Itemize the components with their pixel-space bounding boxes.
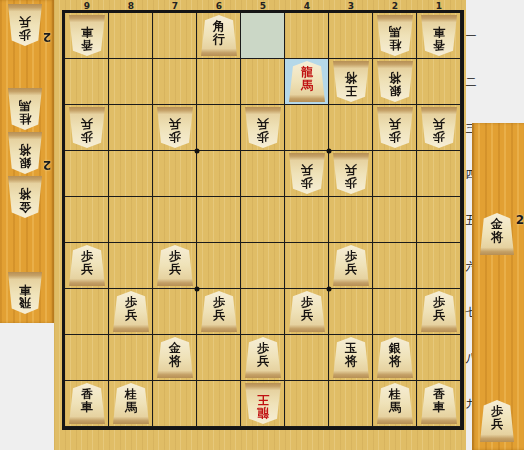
square-8-1[interactable]: [109, 13, 153, 59]
piece-kanji: 兵: [433, 309, 445, 322]
piece-kanji: 王: [345, 84, 357, 97]
piece-kanji: 兵: [345, 263, 357, 276]
gote-piece-歩兵-44[interactable]: 歩兵: [289, 153, 325, 194]
square-7-9[interactable]: [153, 381, 197, 427]
square-4-6[interactable]: [285, 243, 329, 289]
piece-kanji: 歩: [345, 176, 357, 189]
gote-piece-王将-32[interactable]: 王将: [333, 61, 369, 102]
piece-kanji: 馬: [389, 25, 401, 38]
piece-kanji: 兵: [169, 263, 181, 276]
sente-piece-歩兵-76[interactable]: 歩兵: [157, 245, 193, 286]
square-5-5[interactable]: [241, 197, 285, 243]
gote-hand-金将[interactable]: 金将: [0, 176, 52, 220]
gote-piece-香車-11[interactable]: 香車: [421, 15, 457, 56]
square-4-1[interactable]: [285, 13, 329, 59]
sente-piece-歩兵-87[interactable]: 歩兵: [113, 291, 149, 332]
square-5-4[interactable]: [241, 151, 285, 197]
square-3-9[interactable]: [329, 381, 373, 427]
piece-kanji: 香: [81, 38, 93, 51]
piece-kanji: 歩: [433, 130, 445, 143]
piece-kanji: 将: [345, 355, 357, 368]
rank-label-2: 二: [462, 59, 480, 105]
square-8-5[interactable]: [109, 197, 153, 243]
piece-kanji: 銀: [19, 156, 31, 169]
piece-kanji: 馬: [389, 401, 401, 414]
sente-piece-銀将-28[interactable]: 銀将: [377, 337, 413, 378]
piece-kanji: 兵: [19, 15, 31, 28]
sente-piece-香車-19[interactable]: 香車: [421, 383, 457, 424]
square-6-6[interactable]: [197, 243, 241, 289]
piece-kanji: 兵: [389, 117, 401, 130]
square-3-3[interactable]: [329, 105, 373, 151]
gote-piece-歩兵-53[interactable]: 歩兵: [245, 107, 281, 148]
square-4-9[interactable]: [285, 381, 329, 427]
square-1-5[interactable]: [417, 197, 461, 243]
piece-kanji: 兵: [81, 117, 93, 130]
promoted-sente-piece-龍馬-42[interactable]: 龍馬: [289, 61, 325, 102]
sente-hand-金将[interactable]: 金将2: [472, 213, 524, 257]
square-3-1[interactable]: [329, 13, 373, 59]
square-9-2[interactable]: [65, 59, 109, 105]
piece-kanji: 兵: [345, 163, 357, 176]
piece-kanji: 歩: [19, 28, 31, 41]
piece-kanji: 香: [433, 38, 445, 51]
sente-piece-香車-99[interactable]: 香車: [69, 383, 105, 424]
star-point-icon: [195, 287, 200, 292]
square-8-3[interactable]: [109, 105, 153, 151]
piece-kanji: 飛: [19, 296, 31, 309]
piece-kanji: 馬: [19, 99, 31, 112]
piece-kanji: 歩: [389, 130, 401, 143]
square-8-2[interactable]: [109, 59, 153, 105]
square-7-4[interactable]: [153, 151, 197, 197]
piece-kanji: 兵: [257, 355, 269, 368]
square-1-4[interactable]: [417, 151, 461, 197]
promoted-gote-piece-龍王-59[interactable]: 龍王: [245, 383, 281, 424]
square-6-8[interactable]: [197, 335, 241, 381]
piece-kanji: 将: [19, 143, 31, 156]
square-9-8[interactable]: [65, 335, 109, 381]
square-8-6[interactable]: [109, 243, 153, 289]
square-5-6[interactable]: [241, 243, 285, 289]
piece-kanji: 車: [433, 25, 445, 38]
square-8-4[interactable]: [109, 151, 153, 197]
sente-piece-金将-78[interactable]: 金将: [157, 337, 193, 378]
piece-kanji: 兵: [213, 309, 225, 322]
gote-hand-count: 2: [43, 30, 51, 44]
piece-kanji: 桂: [389, 38, 401, 51]
piece-kanji: 歩: [301, 176, 313, 189]
star-point-icon: [195, 149, 200, 154]
piece-kanji: 将: [389, 71, 401, 84]
sente-hand-歩兵[interactable]: 歩兵: [472, 400, 524, 444]
sente-piece-歩兵-17[interactable]: 歩兵: [421, 291, 457, 332]
piece-kanji: 馬: [301, 79, 313, 92]
piece-kanji: 兵: [301, 163, 313, 176]
sente-piece-桂馬-29[interactable]: 桂馬: [377, 383, 413, 424]
highlight-square-5-1: [241, 13, 284, 58]
square-2-5[interactable]: [373, 197, 417, 243]
square-9-7[interactable]: [65, 289, 109, 335]
square-5-2[interactable]: [241, 59, 285, 105]
piece-kanji: 桂: [19, 112, 31, 125]
square-6-9[interactable]: [197, 381, 241, 427]
star-point-icon: [327, 287, 332, 292]
piece-kanji: 金: [19, 200, 31, 213]
piece-kanji: 王: [257, 393, 269, 406]
piece-kanji: 兵: [125, 309, 137, 322]
square-4-8[interactable]: [285, 335, 329, 381]
gote-hand-銀将[interactable]: 銀将2: [0, 132, 52, 176]
piece-kanji: 兵: [81, 263, 93, 276]
square-3-5[interactable]: [329, 197, 373, 243]
piece-kanji: 将: [19, 187, 31, 200]
piece-kanji: 龍: [257, 406, 269, 419]
sente-piece-角行-61[interactable]: 角行: [201, 15, 237, 56]
square-4-3[interactable]: [285, 105, 329, 151]
sente-piece-歩兵-36[interactable]: 歩兵: [333, 245, 369, 286]
square-9-5[interactable]: [65, 197, 109, 243]
sente-piece-歩兵-96[interactable]: 歩兵: [69, 245, 105, 286]
square-7-5[interactable]: [153, 197, 197, 243]
square-2-6[interactable]: [373, 243, 417, 289]
piece-kanji: 車: [19, 283, 31, 296]
sente-piece-歩兵-47[interactable]: 歩兵: [289, 291, 325, 332]
gote-hand-歩兵[interactable]: 歩兵2: [0, 4, 52, 48]
square-9-4[interactable]: [65, 151, 109, 197]
gote-piece-桂馬-21[interactable]: 桂馬: [377, 15, 413, 56]
square-2-4[interactable]: [373, 151, 417, 197]
square-1-8[interactable]: [417, 335, 461, 381]
square-7-7[interactable]: [153, 289, 197, 335]
gote-piece-香車-91[interactable]: 香車: [69, 15, 105, 56]
sente-hand-stand: 金将2歩兵: [472, 123, 524, 450]
piece-kanji: 歩: [81, 130, 93, 143]
square-6-5[interactable]: [197, 197, 241, 243]
square-5-7[interactable]: [241, 289, 285, 335]
gote-hand-stand: 歩兵2桂馬銀将2金将飛車: [0, 0, 54, 323]
gote-hand-count: 2: [43, 158, 51, 172]
square-6-3[interactable]: [197, 105, 241, 151]
square-6-2[interactable]: [197, 59, 241, 105]
gote-piece-歩兵-73[interactable]: 歩兵: [157, 107, 193, 148]
shogi-app: 歩兵2桂馬銀将2金将飛車 987654321 一二三四五六七八九 香車角行桂馬香…: [0, 0, 524, 450]
piece-kanji: 馬: [125, 401, 137, 414]
piece-kanji: 歩: [257, 130, 269, 143]
gote-hand-飛車[interactable]: 飛車: [0, 272, 52, 316]
square-7-2[interactable]: [153, 59, 197, 105]
gote-piece-歩兵-34[interactable]: 歩兵: [333, 153, 369, 194]
rank-label-1: 一: [462, 13, 480, 59]
piece-kanji: 将: [491, 231, 503, 244]
square-3-7[interactable]: [329, 289, 373, 335]
shogi-board: 香車角行桂馬香車龍馬王将銀将歩兵歩兵歩兵歩兵歩兵歩兵歩兵歩兵歩兵歩兵歩兵歩兵歩兵…: [65, 13, 461, 427]
piece-kanji: 行: [213, 33, 225, 46]
square-7-1[interactable]: [153, 13, 197, 59]
square-4-5[interactable]: [285, 197, 329, 243]
board-frame: 香車角行桂馬香車龍馬王将銀将歩兵歩兵歩兵歩兵歩兵歩兵歩兵歩兵歩兵歩兵歩兵歩兵歩兵…: [62, 10, 464, 430]
gote-piece-歩兵-93[interactable]: 歩兵: [69, 107, 105, 148]
star-point-icon: [327, 149, 332, 154]
piece-kanji: 将: [389, 355, 401, 368]
square-8-8[interactable]: [109, 335, 153, 381]
piece-kanji: 車: [433, 401, 445, 414]
piece-kanji: 兵: [257, 117, 269, 130]
piece-kanji: 兵: [169, 117, 181, 130]
square-6-4[interactable]: [197, 151, 241, 197]
gote-piece-銀将-22[interactable]: 銀将: [377, 61, 413, 102]
sente-hand-count: 2: [516, 213, 524, 227]
gote-piece-歩兵-23[interactable]: 歩兵: [377, 107, 413, 148]
square-1-2[interactable]: [417, 59, 461, 105]
gote-hand-桂馬[interactable]: 桂馬: [0, 88, 52, 132]
gote-piece-歩兵-13[interactable]: 歩兵: [421, 107, 457, 148]
piece-kanji: 将: [169, 355, 181, 368]
piece-kanji: 歩: [169, 130, 181, 143]
sente-piece-玉将-38[interactable]: 玉将: [333, 337, 369, 378]
piece-kanji: 将: [345, 71, 357, 84]
sente-piece-桂馬-89[interactable]: 桂馬: [113, 383, 149, 424]
piece-kanji: 銀: [389, 84, 401, 97]
piece-kanji: 兵: [491, 418, 503, 431]
sente-piece-歩兵-58[interactable]: 歩兵: [245, 337, 281, 378]
square-2-7[interactable]: [373, 289, 417, 335]
piece-kanji: 兵: [301, 309, 313, 322]
square-1-6[interactable]: [417, 243, 461, 289]
piece-kanji: 車: [81, 401, 93, 414]
sente-piece-歩兵-67[interactable]: 歩兵: [201, 291, 237, 332]
piece-kanji: 兵: [433, 117, 445, 130]
piece-kanji: 車: [81, 25, 93, 38]
